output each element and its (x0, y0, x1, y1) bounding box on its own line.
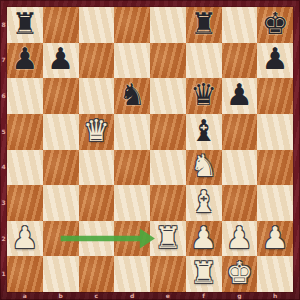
square-f5[interactable]: ♝ (186, 114, 222, 150)
square-h3[interactable] (257, 185, 293, 221)
square-g4[interactable] (222, 150, 258, 186)
piece-black-knight[interactable]: ♞ (114, 77, 150, 113)
square-c1[interactable] (79, 256, 115, 292)
piece-black-pawn[interactable]: ♟ (222, 77, 258, 113)
square-a6[interactable] (7, 78, 43, 114)
piece-black-pawn[interactable]: ♟ (7, 42, 43, 78)
chessboard-widget: ♜♜♚♟♟♟♞♛♟♛♝♞♝♟♜♟♟♟♜♚ 87654321abcdefgh (0, 0, 300, 300)
square-d1[interactable] (114, 256, 150, 292)
piece-black-queen[interactable]: ♛ (186, 77, 222, 113)
square-b3[interactable] (43, 185, 79, 221)
piece-white-rook[interactable]: ♜ (186, 255, 222, 291)
square-c5[interactable]: ♛ (79, 114, 115, 150)
rank-label-5: 5 (0, 129, 7, 135)
piece-black-rook[interactable]: ♜ (186, 6, 222, 42)
square-d8[interactable] (114, 7, 150, 43)
square-a1[interactable] (7, 256, 43, 292)
square-g1[interactable]: ♚ (222, 256, 258, 292)
square-a4[interactable] (7, 150, 43, 186)
square-f2[interactable]: ♟ (186, 221, 222, 257)
square-c3[interactable] (79, 185, 115, 221)
square-f4[interactable]: ♞ (186, 150, 222, 186)
piece-white-rook[interactable]: ♜ (150, 220, 186, 256)
rank-label-1: 1 (0, 271, 7, 277)
square-b5[interactable] (43, 114, 79, 150)
square-b6[interactable] (43, 78, 79, 114)
square-b1[interactable] (43, 256, 79, 292)
piece-white-pawn[interactable]: ♟ (186, 220, 222, 256)
square-a3[interactable] (7, 185, 43, 221)
square-g6[interactable]: ♟ (222, 78, 258, 114)
square-g2[interactable]: ♟ (222, 221, 258, 257)
square-c6[interactable] (79, 78, 115, 114)
square-h8[interactable]: ♚ (257, 7, 293, 43)
square-a5[interactable] (7, 114, 43, 150)
file-label-b: b (55, 292, 67, 300)
piece-white-pawn[interactable]: ♟ (7, 220, 43, 256)
square-e7[interactable] (150, 43, 186, 79)
square-b2[interactable] (43, 221, 79, 257)
square-g5[interactable] (222, 114, 258, 150)
piece-white-pawn[interactable]: ♟ (257, 220, 293, 256)
square-c7[interactable] (79, 43, 115, 79)
square-e3[interactable] (150, 185, 186, 221)
square-e4[interactable] (150, 150, 186, 186)
square-h6[interactable] (257, 78, 293, 114)
rank-label-7: 7 (0, 57, 7, 63)
piece-white-pawn[interactable]: ♟ (222, 220, 258, 256)
file-label-g: g (233, 292, 245, 300)
square-h1[interactable] (257, 256, 293, 292)
piece-black-rook[interactable]: ♜ (7, 6, 43, 42)
square-e8[interactable] (150, 7, 186, 43)
square-e6[interactable] (150, 78, 186, 114)
square-b8[interactable] (43, 7, 79, 43)
piece-white-king[interactable]: ♚ (222, 255, 258, 291)
square-a8[interactable]: ♜ (7, 7, 43, 43)
square-d2[interactable] (114, 221, 150, 257)
square-a2[interactable]: ♟ (7, 221, 43, 257)
rank-label-2: 2 (0, 236, 7, 242)
square-g3[interactable] (222, 185, 258, 221)
piece-black-bishop[interactable]: ♝ (186, 113, 222, 149)
square-d7[interactable] (114, 43, 150, 79)
square-h4[interactable] (257, 150, 293, 186)
square-h7[interactable]: ♟ (257, 43, 293, 79)
piece-black-king[interactable]: ♚ (257, 6, 293, 42)
file-label-e: e (162, 292, 174, 300)
square-b4[interactable] (43, 150, 79, 186)
square-c4[interactable] (79, 150, 115, 186)
rank-label-4: 4 (0, 164, 7, 170)
square-h2[interactable]: ♟ (257, 221, 293, 257)
square-a7[interactable]: ♟ (7, 43, 43, 79)
square-d3[interactable] (114, 185, 150, 221)
square-d4[interactable] (114, 150, 150, 186)
rank-label-8: 8 (0, 22, 7, 28)
piece-black-pawn[interactable]: ♟ (257, 42, 293, 78)
square-e2[interactable]: ♜ (150, 221, 186, 257)
square-f6[interactable]: ♛ (186, 78, 222, 114)
square-f7[interactable] (186, 43, 222, 79)
chess-board[interactable]: ♜♜♚♟♟♟♞♛♟♛♝♞♝♟♜♟♟♟♜♚ (7, 7, 293, 292)
square-g7[interactable] (222, 43, 258, 79)
square-f1[interactable]: ♜ (186, 256, 222, 292)
square-c2[interactable] (79, 221, 115, 257)
square-f3[interactable]: ♝ (186, 185, 222, 221)
piece-white-queen[interactable]: ♛ (79, 113, 115, 149)
rank-label-3: 3 (0, 200, 7, 206)
file-label-c: c (90, 292, 102, 300)
square-d5[interactable] (114, 114, 150, 150)
file-label-d: d (126, 292, 138, 300)
square-b7[interactable]: ♟ (43, 43, 79, 79)
square-h5[interactable] (257, 114, 293, 150)
piece-white-knight[interactable]: ♞ (186, 149, 222, 185)
rank-label-6: 6 (0, 93, 7, 99)
square-e5[interactable] (150, 114, 186, 150)
square-d6[interactable]: ♞ (114, 78, 150, 114)
square-e1[interactable] (150, 256, 186, 292)
square-g8[interactable] (222, 7, 258, 43)
file-label-f: f (198, 292, 210, 300)
piece-black-pawn[interactable]: ♟ (43, 42, 79, 78)
piece-white-bishop[interactable]: ♝ (186, 184, 222, 220)
square-c8[interactable] (79, 7, 115, 43)
square-f8[interactable]: ♜ (186, 7, 222, 43)
file-label-a: a (19, 292, 31, 300)
file-label-h: h (269, 292, 281, 300)
